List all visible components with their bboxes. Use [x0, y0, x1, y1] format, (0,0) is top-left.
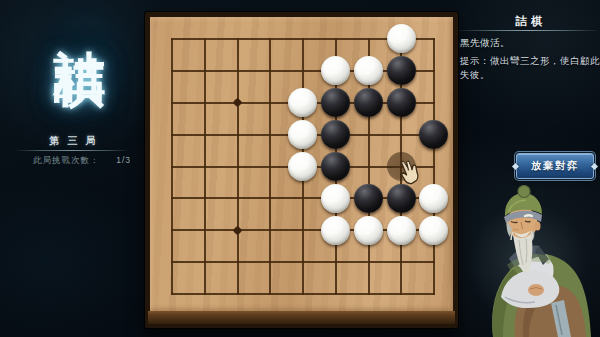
intersection[interactable]	[319, 119, 352, 151]
intersection[interactable]	[188, 246, 221, 278]
intersection[interactable]	[188, 182, 221, 214]
intersection[interactable]	[221, 55, 254, 87]
white-stone	[419, 216, 448, 245]
white-stone	[387, 216, 416, 245]
attempts-value: 1/3	[116, 155, 131, 167]
intersection[interactable]	[385, 119, 418, 151]
black-stone	[387, 56, 416, 85]
intersection[interactable]	[221, 87, 254, 119]
intersection[interactable]	[352, 151, 385, 183]
tsumego-screen: 詰棋 第三局 此局挑戰次數： 1/3 詰棋 黑先做活。 提示：做出彎三之形，使白…	[0, 0, 600, 337]
intersection[interactable]	[221, 23, 254, 55]
intersection[interactable]	[287, 246, 320, 278]
intersection[interactable]	[352, 214, 385, 246]
intersection[interactable]	[385, 246, 418, 278]
intersection[interactable]	[352, 87, 385, 119]
white-stone	[321, 184, 350, 213]
hint-text: 提示：做出彎三之形，使白顧此失彼。	[460, 54, 600, 81]
intersection[interactable]	[287, 278, 320, 310]
intersection[interactable]	[254, 87, 287, 119]
intersection[interactable]	[418, 182, 451, 214]
board-side-face	[148, 311, 455, 324]
intersection[interactable]	[156, 246, 189, 278]
intersection[interactable]	[156, 119, 189, 151]
intersection[interactable]	[254, 23, 287, 55]
black-stone	[354, 184, 383, 213]
black-stone	[354, 88, 383, 117]
intersection[interactable]	[221, 182, 254, 214]
white-stone	[321, 216, 350, 245]
intersection[interactable]	[352, 119, 385, 151]
intersection[interactable]	[385, 55, 418, 87]
intersection[interactable]	[221, 151, 254, 183]
intersection[interactable]	[188, 87, 221, 119]
intersection[interactable]	[156, 151, 189, 183]
intersection[interactable]	[188, 278, 221, 310]
intersection[interactable]	[287, 87, 320, 119]
intersection[interactable]	[319, 55, 352, 87]
intersection[interactable]	[352, 246, 385, 278]
hand-cursor-icon	[398, 158, 422, 187]
intersection[interactable]	[221, 119, 254, 151]
intersection[interactable]	[156, 182, 189, 214]
white-stone	[387, 24, 416, 53]
intersection[interactable]	[287, 119, 320, 151]
white-stone	[288, 120, 317, 149]
intersection[interactable]	[319, 23, 352, 55]
intersection[interactable]	[188, 55, 221, 87]
intersection[interactable]	[254, 278, 287, 310]
intersection[interactable]	[352, 23, 385, 55]
intersection[interactable]	[156, 278, 189, 310]
intersection[interactable]	[418, 119, 451, 151]
left-divider	[14, 150, 130, 151]
black-stone	[387, 88, 416, 117]
intersection[interactable]	[156, 87, 189, 119]
intersection[interactable]	[287, 182, 320, 214]
intersection[interactable]	[418, 151, 451, 183]
intersection[interactable]	[319, 214, 352, 246]
round-label: 第三局	[0, 134, 145, 148]
intersection[interactable]	[418, 246, 451, 278]
intersection[interactable]	[319, 151, 352, 183]
intersection[interactable]	[418, 23, 451, 55]
black-stone	[387, 184, 416, 213]
white-stone	[419, 184, 448, 213]
intersection[interactable]	[287, 23, 320, 55]
intersection[interactable]	[319, 182, 352, 214]
intersection[interactable]	[287, 214, 320, 246]
intersection[interactable]	[418, 55, 451, 87]
objective-text: 黑先做活。	[460, 37, 600, 50]
intersection[interactable]	[352, 182, 385, 214]
intersection[interactable]	[188, 23, 221, 55]
intersection[interactable]	[254, 246, 287, 278]
white-stone	[321, 56, 350, 85]
attempts-label: 此局挑戰次數：	[33, 155, 100, 167]
white-stone	[288, 152, 317, 181]
intersection[interactable]	[188, 214, 221, 246]
intersection[interactable]	[254, 151, 287, 183]
white-stone	[354, 216, 383, 245]
intersection[interactable]	[418, 278, 451, 310]
intersection[interactable]	[156, 214, 189, 246]
black-stone	[321, 120, 350, 149]
intersection[interactable]	[319, 246, 352, 278]
intersection[interactable]	[385, 278, 418, 310]
intersection[interactable]	[287, 151, 320, 183]
intersection[interactable]	[287, 55, 320, 87]
intersection[interactable]	[188, 151, 221, 183]
black-stone	[419, 120, 448, 149]
right-divider	[458, 30, 598, 31]
black-stone	[321, 152, 350, 181]
intersection[interactable]	[418, 87, 451, 119]
intersection[interactable]	[221, 246, 254, 278]
intersection[interactable]	[221, 214, 254, 246]
white-stone	[354, 56, 383, 85]
calligraphy-title: 詰棋	[54, 7, 106, 147]
puzzle-panel-title: 詰棋	[460, 14, 598, 29]
intersection[interactable]	[319, 87, 352, 119]
intersection[interactable]	[385, 87, 418, 119]
attempts-row: 此局挑戰次數： 1/3	[33, 155, 131, 167]
white-stone	[288, 88, 317, 117]
intersection[interactable]	[254, 55, 287, 87]
intersection[interactable]	[254, 119, 287, 151]
intersection[interactable]	[156, 55, 189, 87]
intersection[interactable]	[385, 214, 418, 246]
intersection[interactable]	[352, 278, 385, 310]
intersection[interactable]	[221, 278, 254, 310]
intersection[interactable]	[385, 23, 418, 55]
black-stone	[321, 88, 350, 117]
intersection[interactable]	[319, 278, 352, 310]
intersection[interactable]	[352, 55, 385, 87]
intersection[interactable]	[188, 119, 221, 151]
intersection[interactable]	[156, 23, 189, 55]
intersection[interactable]	[254, 182, 287, 214]
intersection[interactable]	[385, 182, 418, 214]
intersection[interactable]	[254, 214, 287, 246]
npc-old-man	[463, 185, 600, 337]
intersection[interactable]	[418, 214, 451, 246]
